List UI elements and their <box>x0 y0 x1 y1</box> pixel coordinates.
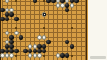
white-stone <box>9 53 14 58</box>
black-stone <box>65 53 70 58</box>
panel-watermark-smudge <box>90 56 106 59</box>
grid-line-horizontal <box>2 41 86 42</box>
white-stone <box>14 31 19 36</box>
white-stone <box>5 31 10 36</box>
grid-line-horizontal <box>2 10 86 11</box>
black-stone <box>46 40 51 45</box>
white-stone <box>37 53 42 58</box>
black-stone <box>33 0 38 3</box>
side-panel <box>88 0 107 60</box>
star-point <box>71 55 73 57</box>
star-point <box>71 27 73 29</box>
white-stone <box>70 3 75 8</box>
black-stone <box>14 17 19 22</box>
last-move-marker <box>43 13 46 16</box>
black-stone <box>70 44 75 49</box>
black-stone <box>9 12 14 17</box>
black-stone <box>51 0 56 3</box>
white-stone <box>28 53 33 58</box>
white-stone <box>5 0 10 3</box>
black-stone <box>9 35 14 40</box>
black-stone <box>14 49 19 54</box>
star-point <box>43 55 45 57</box>
black-stone <box>42 49 47 54</box>
go-board[interactable] <box>0 0 88 60</box>
grid-line-horizontal <box>2 23 86 24</box>
white-stone <box>42 35 47 40</box>
star-point <box>43 0 45 2</box>
black-stone <box>65 8 70 13</box>
black-stone <box>74 0 79 3</box>
star-point <box>43 27 45 29</box>
black-stone <box>65 40 70 45</box>
black-stone <box>5 17 10 22</box>
go-app-window <box>0 0 107 60</box>
black-stone <box>19 35 24 40</box>
